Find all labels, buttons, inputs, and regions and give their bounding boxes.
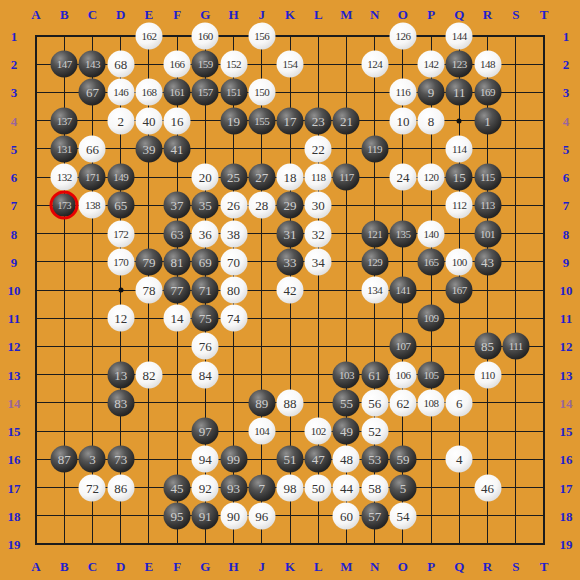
- move-number: 15: [453, 171, 466, 184]
- move-number: 149: [113, 172, 128, 183]
- black-stone-D6[interactable]: 149: [107, 164, 134, 191]
- move-number: 152: [226, 59, 241, 70]
- column-label-top: Q: [454, 8, 464, 21]
- white-stone-C7[interactable]: 138: [79, 192, 106, 219]
- column-label-bottom: B: [60, 560, 69, 573]
- move-number: 135: [395, 228, 410, 239]
- white-stone-Q1[interactable]: 144: [446, 23, 473, 50]
- white-stone-D8[interactable]: 172: [107, 220, 134, 247]
- move-number: 17: [284, 114, 297, 127]
- black-stone-M6[interactable]: 117: [333, 164, 360, 191]
- white-stone-M18[interactable]: 60: [333, 502, 360, 529]
- black-stone-M13[interactable]: 103: [333, 361, 360, 388]
- move-number: 98: [284, 481, 297, 494]
- move-number: 45: [171, 481, 184, 494]
- white-stone-P14[interactable]: 108: [418, 389, 445, 416]
- black-stone-H6[interactable]: 25: [220, 164, 247, 191]
- column-label-bottom: T: [540, 560, 549, 573]
- move-number: 123: [452, 59, 467, 70]
- move-number: 3: [89, 453, 96, 466]
- black-stone-H4[interactable]: 19: [220, 107, 247, 134]
- black-stone-N18[interactable]: 57: [361, 502, 388, 529]
- move-number: 168: [141, 87, 156, 98]
- white-stone-H9[interactable]: 70: [220, 248, 247, 275]
- move-number: 26: [227, 199, 240, 212]
- black-stone-K4[interactable]: 17: [277, 107, 304, 134]
- move-number: 100: [452, 256, 467, 267]
- white-stone-P2[interactable]: 142: [418, 51, 445, 78]
- black-stone-O17[interactable]: 5: [389, 474, 416, 501]
- white-stone-Q14[interactable]: 6: [446, 389, 473, 416]
- row-label-left: 16: [8, 453, 21, 466]
- row-label-right: 8: [563, 227, 570, 240]
- move-number: 99: [227, 453, 240, 466]
- black-stone-F8[interactable]: 63: [164, 220, 191, 247]
- move-number: 63: [171, 227, 184, 240]
- white-stone-M16[interactable]: 48: [333, 446, 360, 473]
- white-stone-H8[interactable]: 38: [220, 220, 247, 247]
- black-stone-O12[interactable]: 107: [389, 333, 416, 360]
- black-stone-R9[interactable]: 43: [474, 248, 501, 275]
- white-stone-F4[interactable]: 16: [164, 107, 191, 134]
- white-stone-E13[interactable]: 82: [135, 361, 162, 388]
- row-label-left: 5: [11, 142, 18, 155]
- black-stone-N5[interactable]: 119: [361, 135, 388, 162]
- move-number: 104: [254, 426, 269, 437]
- white-stone-K17[interactable]: 98: [277, 474, 304, 501]
- white-stone-H18[interactable]: 90: [220, 502, 247, 529]
- white-stone-H11[interactable]: 74: [220, 305, 247, 332]
- move-number: 97: [199, 425, 212, 438]
- black-stone-Q2[interactable]: 123: [446, 51, 473, 78]
- row-label-left: 4: [11, 114, 18, 127]
- move-number: 18: [284, 171, 297, 184]
- move-number: 73: [114, 453, 127, 466]
- black-stone-M4[interactable]: 21: [333, 107, 360, 134]
- column-label-bottom: P: [427, 560, 435, 573]
- white-stone-F2[interactable]: 166: [164, 51, 191, 78]
- move-number: 129: [367, 256, 382, 267]
- move-number: 94: [199, 453, 212, 466]
- white-stone-N15[interactable]: 52: [361, 418, 388, 445]
- grid-line-vertical: [515, 35, 516, 545]
- white-stone-D11[interactable]: 12: [107, 305, 134, 332]
- black-stone-J6[interactable]: 27: [248, 164, 275, 191]
- white-stone-H7[interactable]: 26: [220, 192, 247, 219]
- white-stone-C17[interactable]: 72: [79, 474, 106, 501]
- move-number: 124: [367, 59, 382, 70]
- black-stone-F10[interactable]: 77: [164, 277, 191, 304]
- column-label-bottom: D: [116, 560, 125, 573]
- move-number: 80: [227, 284, 240, 297]
- column-label-bottom: L: [314, 560, 323, 573]
- white-stone-P8[interactable]: 140: [418, 220, 445, 247]
- row-label-left: 19: [8, 538, 21, 551]
- black-stone-D14[interactable]: 83: [107, 389, 134, 416]
- black-stone-C16[interactable]: 3: [79, 446, 106, 473]
- white-stone-K10[interactable]: 42: [277, 277, 304, 304]
- black-stone-G3[interactable]: 157: [192, 79, 219, 106]
- white-stone-L7[interactable]: 30: [305, 192, 332, 219]
- black-stone-B5[interactable]: 131: [51, 135, 78, 162]
- white-stone-N2[interactable]: 124: [361, 51, 388, 78]
- column-label-top: J: [259, 8, 266, 21]
- black-stone-D16[interactable]: 73: [107, 446, 134, 473]
- black-stone-Q6[interactable]: 15: [446, 164, 473, 191]
- white-stone-E3[interactable]: 168: [135, 79, 162, 106]
- column-label-bottom: C: [88, 560, 97, 573]
- black-stone-R8[interactable]: 101: [474, 220, 501, 247]
- move-number: 48: [340, 453, 353, 466]
- black-stone-L16[interactable]: 47: [305, 446, 332, 473]
- column-label-top: C: [88, 8, 97, 21]
- move-number: 50: [312, 481, 325, 494]
- black-stone-M15[interactable]: 49: [333, 418, 360, 445]
- black-stone-L4[interactable]: 23: [305, 107, 332, 134]
- black-stone-D7[interactable]: 65: [107, 192, 134, 219]
- grid-line-horizontal: [35, 543, 545, 545]
- black-stone-R7[interactable]: 113: [474, 192, 501, 219]
- black-stone-R3[interactable]: 169: [474, 79, 501, 106]
- move-number: 49: [340, 425, 353, 438]
- move-number: 132: [57, 172, 72, 183]
- white-stone-E10[interactable]: 78: [135, 277, 162, 304]
- white-stone-D3[interactable]: 146: [107, 79, 134, 106]
- move-number: 81: [171, 255, 184, 268]
- row-label-left: 6: [11, 171, 18, 184]
- column-label-top: T: [540, 8, 549, 21]
- column-label-bottom: E: [145, 560, 154, 573]
- white-stone-D4[interactable]: 2: [107, 107, 134, 134]
- row-label-left: 14: [8, 396, 21, 409]
- black-stone-E9[interactable]: 79: [135, 248, 162, 275]
- move-number: 120: [424, 172, 439, 183]
- row-label-left: 1: [11, 30, 18, 43]
- move-number: 126: [395, 31, 410, 42]
- white-stone-R13[interactable]: 110: [474, 361, 501, 388]
- move-number: 159: [198, 59, 213, 70]
- move-number: 171: [85, 172, 100, 183]
- white-stone-P4[interactable]: 8: [418, 107, 445, 134]
- black-stone-F9[interactable]: 81: [164, 248, 191, 275]
- white-stone-N17[interactable]: 58: [361, 474, 388, 501]
- move-number: 117: [339, 172, 354, 183]
- move-number: 42: [284, 284, 297, 297]
- black-stone-F7[interactable]: 37: [164, 192, 191, 219]
- black-stone-J14[interactable]: 89: [248, 389, 275, 416]
- white-stone-E4[interactable]: 40: [135, 107, 162, 134]
- white-stone-J1[interactable]: 156: [248, 23, 275, 50]
- white-stone-N14[interactable]: 56: [361, 389, 388, 416]
- black-stone-O8[interactable]: 135: [389, 220, 416, 247]
- white-stone-G16[interactable]: 94: [192, 446, 219, 473]
- white-stone-H2[interactable]: 152: [220, 51, 247, 78]
- white-stone-G1[interactable]: 160: [192, 23, 219, 50]
- white-stone-K6[interactable]: 18: [277, 164, 304, 191]
- white-stone-E1[interactable]: 162: [135, 23, 162, 50]
- move-number: 169: [480, 87, 495, 98]
- move-number: 5: [400, 481, 407, 494]
- white-stone-D2[interactable]: 68: [107, 51, 134, 78]
- move-number: 34: [312, 255, 325, 268]
- white-stone-K2[interactable]: 154: [277, 51, 304, 78]
- white-stone-L8[interactable]: 32: [305, 220, 332, 247]
- move-number: 28: [255, 199, 268, 212]
- move-number: 118: [311, 172, 326, 183]
- move-number: 105: [424, 369, 439, 380]
- black-stone-R12[interactable]: 85: [474, 333, 501, 360]
- white-stone-G6[interactable]: 20: [192, 164, 219, 191]
- white-stone-N10[interactable]: 134: [361, 277, 388, 304]
- black-stone-E5[interactable]: 39: [135, 135, 162, 162]
- black-stone-N16[interactable]: 53: [361, 446, 388, 473]
- move-number: 173: [57, 200, 71, 210]
- black-stone-G18[interactable]: 91: [192, 502, 219, 529]
- move-number: 13: [114, 368, 127, 381]
- white-stone-B6[interactable]: 132: [51, 164, 78, 191]
- move-number: 55: [340, 396, 353, 409]
- white-stone-F11[interactable]: 14: [164, 305, 191, 332]
- move-number: 60: [340, 509, 353, 522]
- black-stone-R6[interactable]: 115: [474, 164, 501, 191]
- white-stone-L17[interactable]: 50: [305, 474, 332, 501]
- column-label-top: D: [116, 8, 125, 21]
- move-number: 56: [368, 396, 381, 409]
- black-stone-Q3[interactable]: 11: [446, 79, 473, 106]
- move-number: 72: [86, 481, 99, 494]
- black-stone-P13[interactable]: 105: [418, 361, 445, 388]
- column-label-top: G: [200, 8, 210, 21]
- black-stone-K7[interactable]: 29: [277, 192, 304, 219]
- move-number: 29: [284, 199, 297, 212]
- move-number: 62: [396, 396, 409, 409]
- white-stone-G12[interactable]: 76: [192, 333, 219, 360]
- move-number: 157: [198, 87, 213, 98]
- black-stone-O16[interactable]: 59: [389, 446, 416, 473]
- move-number: 83: [114, 396, 127, 409]
- white-stone-R2[interactable]: 148: [474, 51, 501, 78]
- white-stone-J15[interactable]: 104: [248, 418, 275, 445]
- move-number: 75: [199, 312, 212, 325]
- row-label-left: 2: [11, 58, 18, 71]
- black-stone-J17[interactable]: 7: [248, 474, 275, 501]
- white-stone-G13[interactable]: 84: [192, 361, 219, 388]
- white-stone-G8[interactable]: 36: [192, 220, 219, 247]
- move-number: 76: [199, 340, 212, 353]
- move-number: 16: [171, 114, 184, 127]
- white-stone-O6[interactable]: 24: [389, 164, 416, 191]
- black-stone-H16[interactable]: 99: [220, 446, 247, 473]
- row-label-right: 15: [560, 425, 573, 438]
- black-stone-G10[interactable]: 71: [192, 277, 219, 304]
- black-stone-F3[interactable]: 161: [164, 79, 191, 106]
- move-number: 107: [395, 341, 410, 352]
- move-number: 27: [255, 171, 268, 184]
- white-stone-L15[interactable]: 102: [305, 418, 332, 445]
- move-number: 1: [484, 114, 491, 127]
- move-number: 51: [284, 453, 297, 466]
- move-number: 138: [85, 200, 100, 211]
- black-stone-G11[interactable]: 75: [192, 305, 219, 332]
- move-number: 41: [171, 142, 184, 155]
- column-label-bottom: N: [370, 560, 379, 573]
- row-label-right: 19: [560, 538, 573, 551]
- grid-line-horizontal: [35, 431, 545, 432]
- move-number: 102: [311, 426, 326, 437]
- move-number: 131: [57, 143, 72, 154]
- black-stone-B2[interactable]: 147: [51, 51, 78, 78]
- row-label-right: 16: [560, 453, 573, 466]
- white-stone-K14[interactable]: 88: [277, 389, 304, 416]
- black-stone-C3[interactable]: 67: [79, 79, 106, 106]
- move-number: 78: [142, 284, 155, 297]
- move-number: 44: [340, 481, 353, 494]
- move-number: 74: [227, 312, 240, 325]
- black-stone-J4[interactable]: 155: [248, 107, 275, 134]
- move-number: 155: [254, 115, 269, 126]
- white-stone-Q5[interactable]: 114: [446, 135, 473, 162]
- black-stone-N13[interactable]: 61: [361, 361, 388, 388]
- column-label-bottom: R: [483, 560, 492, 573]
- white-stone-H10[interactable]: 80: [220, 277, 247, 304]
- white-stone-L5[interactable]: 22: [305, 135, 332, 162]
- column-label-top: H: [228, 8, 238, 21]
- white-stone-M17[interactable]: 44: [333, 474, 360, 501]
- move-number: 47: [312, 453, 325, 466]
- row-label-right: 14: [560, 396, 573, 409]
- white-stone-J3[interactable]: 150: [248, 79, 275, 106]
- move-number: 53: [368, 453, 381, 466]
- move-number: 108: [424, 397, 439, 408]
- move-number: 9: [428, 86, 435, 99]
- white-stone-R17[interactable]: 46: [474, 474, 501, 501]
- move-number: 46: [481, 481, 494, 494]
- black-stone-N9[interactable]: 129: [361, 248, 388, 275]
- move-number: 54: [396, 509, 409, 522]
- black-stone-P3[interactable]: 9: [418, 79, 445, 106]
- column-label-bottom: A: [31, 560, 40, 573]
- black-stone-P11[interactable]: 109: [418, 305, 445, 332]
- black-stone-F5[interactable]: 41: [164, 135, 191, 162]
- black-stone-G2[interactable]: 159: [192, 51, 219, 78]
- move-number: 119: [367, 143, 382, 154]
- white-stone-D9[interactable]: 170: [107, 248, 134, 275]
- move-number: 91: [199, 509, 212, 522]
- white-stone-J18[interactable]: 96: [248, 502, 275, 529]
- black-stone-G15[interactable]: 97: [192, 418, 219, 445]
- move-number: 36: [199, 227, 212, 240]
- move-number: 52: [368, 425, 381, 438]
- black-stone-S12[interactable]: 111: [502, 333, 529, 360]
- black-stone-B16[interactable]: 87: [51, 446, 78, 473]
- move-number: 7: [259, 481, 266, 494]
- white-stone-L9[interactable]: 34: [305, 248, 332, 275]
- row-label-left: 12: [8, 340, 21, 353]
- row-label-left: 3: [11, 86, 18, 99]
- move-number: 21: [340, 114, 353, 127]
- white-stone-Q16[interactable]: 4: [446, 446, 473, 473]
- black-stone-F17[interactable]: 45: [164, 474, 191, 501]
- white-stone-O13[interactable]: 106: [389, 361, 416, 388]
- white-stone-J7[interactable]: 28: [248, 192, 275, 219]
- move-number: 137: [57, 115, 72, 126]
- move-number: 12: [114, 312, 127, 325]
- black-stone-K8[interactable]: 31: [277, 220, 304, 247]
- black-stone-F18[interactable]: 95: [164, 502, 191, 529]
- move-number: 90: [227, 509, 240, 522]
- move-number: 156: [254, 31, 269, 42]
- black-stone-C2[interactable]: 143: [79, 51, 106, 78]
- black-stone-H3[interactable]: 151: [220, 79, 247, 106]
- white-stone-O1[interactable]: 126: [389, 23, 416, 50]
- black-stone-O10[interactable]: 141: [389, 277, 416, 304]
- black-stone-G7[interactable]: 35: [192, 192, 219, 219]
- white-stone-G17[interactable]: 92: [192, 474, 219, 501]
- black-stone-R4[interactable]: 1: [474, 107, 501, 134]
- column-label-top: E: [145, 8, 154, 21]
- black-stone-H17[interactable]: 93: [220, 474, 247, 501]
- column-label-top: O: [398, 8, 408, 21]
- move-number: 146: [113, 87, 128, 98]
- white-stone-O4[interactable]: 10: [389, 107, 416, 134]
- row-label-right: 7: [563, 199, 570, 212]
- row-label-left: 18: [8, 509, 21, 522]
- black-stone-K9[interactable]: 33: [277, 248, 304, 275]
- black-stone-P9[interactable]: 165: [418, 248, 445, 275]
- white-stone-Q7[interactable]: 112: [446, 192, 473, 219]
- move-number: 77: [171, 284, 184, 297]
- move-number: 151: [226, 87, 241, 98]
- white-stone-L6[interactable]: 118: [305, 164, 332, 191]
- black-stone-K16[interactable]: 51: [277, 446, 304, 473]
- go-board[interactable]: AABBCCDDEEFFGGHHJJKKLLMMNNOOPPQQRRSSTT11…: [0, 0, 580, 580]
- move-number: 95: [171, 509, 184, 522]
- move-number: 11: [453, 86, 466, 99]
- black-stone-Q10[interactable]: 167: [446, 277, 473, 304]
- move-number: 96: [255, 509, 268, 522]
- move-number: 147: [57, 59, 72, 70]
- move-number: 61: [368, 368, 381, 381]
- white-stone-O18[interactable]: 54: [389, 502, 416, 529]
- move-number: 19: [227, 114, 240, 127]
- white-stone-O3[interactable]: 116: [389, 79, 416, 106]
- white-stone-P6[interactable]: 120: [418, 164, 445, 191]
- star-point: [457, 118, 462, 123]
- white-stone-C5[interactable]: 66: [79, 135, 106, 162]
- white-stone-O14[interactable]: 62: [389, 389, 416, 416]
- black-stone-C6[interactable]: 171: [79, 164, 106, 191]
- black-stone-D13[interactable]: 13: [107, 361, 134, 388]
- column-label-top: N: [370, 8, 379, 21]
- move-number: 112: [452, 200, 467, 211]
- move-number: 14: [171, 312, 184, 325]
- white-stone-D17[interactable]: 86: [107, 474, 134, 501]
- black-stone-N8[interactable]: 121: [361, 220, 388, 247]
- grid-line-horizontal: [35, 515, 545, 516]
- column-label-bottom: J: [259, 560, 266, 573]
- black-stone-M14[interactable]: 55: [333, 389, 360, 416]
- move-number: 121: [367, 228, 382, 239]
- black-stone-B7-last-move[interactable]: 173: [50, 191, 79, 220]
- move-number: 161: [170, 87, 185, 98]
- move-number: 32: [312, 227, 325, 240]
- move-number: 87: [58, 453, 71, 466]
- move-number: 88: [284, 396, 297, 409]
- white-stone-Q9[interactable]: 100: [446, 248, 473, 275]
- row-label-left: 11: [8, 312, 20, 325]
- black-stone-B4[interactable]: 137: [51, 107, 78, 134]
- black-stone-G9[interactable]: 69: [192, 248, 219, 275]
